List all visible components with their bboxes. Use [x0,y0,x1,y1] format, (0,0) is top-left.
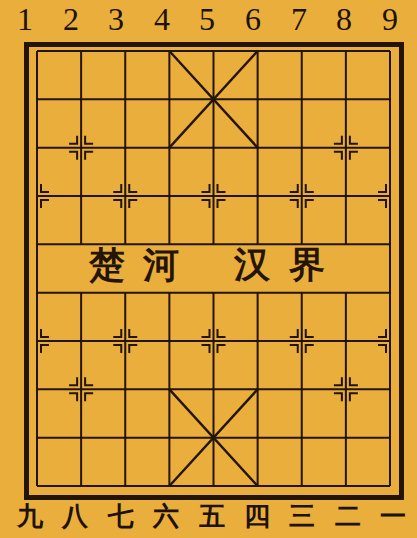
point-d10[interactable] [147,27,191,75]
point-d7[interactable] [147,172,191,220]
point-f10[interactable] [235,27,279,75]
point-h9[interactable] [324,75,368,123]
point-a5[interactable] [15,268,59,316]
point-g5[interactable] [280,268,324,316]
point-a2[interactable] [15,414,59,462]
point-i7[interactable] [368,172,412,220]
point-i9[interactable] [368,75,412,123]
point-c3[interactable] [103,365,147,413]
point-c2[interactable] [103,414,147,462]
point-g6[interactable] [280,220,324,268]
point-h7[interactable] [324,172,368,220]
point-f3[interactable] [235,365,279,413]
point-g9[interactable] [280,75,324,123]
point-b5[interactable] [59,268,103,316]
point-a8[interactable] [15,123,59,171]
point-b7[interactable] [59,172,103,220]
point-c5[interactable] [103,268,147,316]
point-i3[interactable] [368,365,412,413]
point-i2[interactable] [368,414,412,462]
point-e2[interactable] [191,414,235,462]
point-c10[interactable] [103,27,147,75]
point-h4[interactable] [324,317,368,365]
point-a9[interactable] [15,75,59,123]
point-h2[interactable] [324,414,368,462]
point-c6[interactable] [103,220,147,268]
point-f4[interactable] [235,317,279,365]
point-i5[interactable] [368,268,412,316]
point-d8[interactable] [147,123,191,171]
point-i10[interactable] [368,27,412,75]
board-grid [15,27,412,510]
point-f8[interactable] [235,123,279,171]
xiangqi-board: 1 2 3 4 5 6 7 8 9 楚 河 汉 界 九 八 七 六 五 四 三 … [0,0,417,538]
point-h8[interactable] [324,123,368,171]
point-c1[interactable] [103,462,147,510]
point-g1[interactable] [280,462,324,510]
point-h5[interactable] [324,268,368,316]
point-g10[interactable] [280,27,324,75]
point-e1[interactable] [191,462,235,510]
point-d2[interactable] [147,414,191,462]
point-b1[interactable] [59,462,103,510]
point-c8[interactable] [103,123,147,171]
point-e9[interactable] [191,75,235,123]
point-g8[interactable] [280,123,324,171]
point-e8[interactable] [191,123,235,171]
point-a1[interactable] [15,462,59,510]
point-b8[interactable] [59,123,103,171]
point-i1[interactable] [368,462,412,510]
point-b10[interactable] [59,27,103,75]
point-f2[interactable] [235,414,279,462]
point-f7[interactable] [235,172,279,220]
point-d9[interactable] [147,75,191,123]
point-f1[interactable] [235,462,279,510]
point-b3[interactable] [59,365,103,413]
point-e5[interactable] [191,268,235,316]
point-i6[interactable] [368,220,412,268]
point-b9[interactable] [59,75,103,123]
point-f9[interactable] [235,75,279,123]
point-b2[interactable] [59,414,103,462]
point-d1[interactable] [147,462,191,510]
point-e7[interactable] [191,172,235,220]
point-c7[interactable] [103,172,147,220]
point-f6[interactable] [235,220,279,268]
point-e6[interactable] [191,220,235,268]
point-b4[interactable] [59,317,103,365]
point-h6[interactable] [324,220,368,268]
point-g7[interactable] [280,172,324,220]
point-i8[interactable] [368,123,412,171]
point-a4[interactable] [15,317,59,365]
point-e3[interactable] [191,365,235,413]
point-a10[interactable] [15,27,59,75]
point-c4[interactable] [103,317,147,365]
point-e10[interactable] [191,27,235,75]
point-i4[interactable] [368,317,412,365]
point-h1[interactable] [324,462,368,510]
point-e4[interactable] [191,317,235,365]
point-f5[interactable] [235,268,279,316]
point-a3[interactable] [15,365,59,413]
point-d4[interactable] [147,317,191,365]
point-c9[interactable] [103,75,147,123]
point-d5[interactable] [147,268,191,316]
point-h10[interactable] [324,27,368,75]
point-d6[interactable] [147,220,191,268]
point-g2[interactable] [280,414,324,462]
point-g3[interactable] [280,365,324,413]
point-g4[interactable] [280,317,324,365]
point-d3[interactable] [147,365,191,413]
point-a6[interactable] [15,220,59,268]
point-a7[interactable] [15,172,59,220]
point-h3[interactable] [324,365,368,413]
point-b6[interactable] [59,220,103,268]
